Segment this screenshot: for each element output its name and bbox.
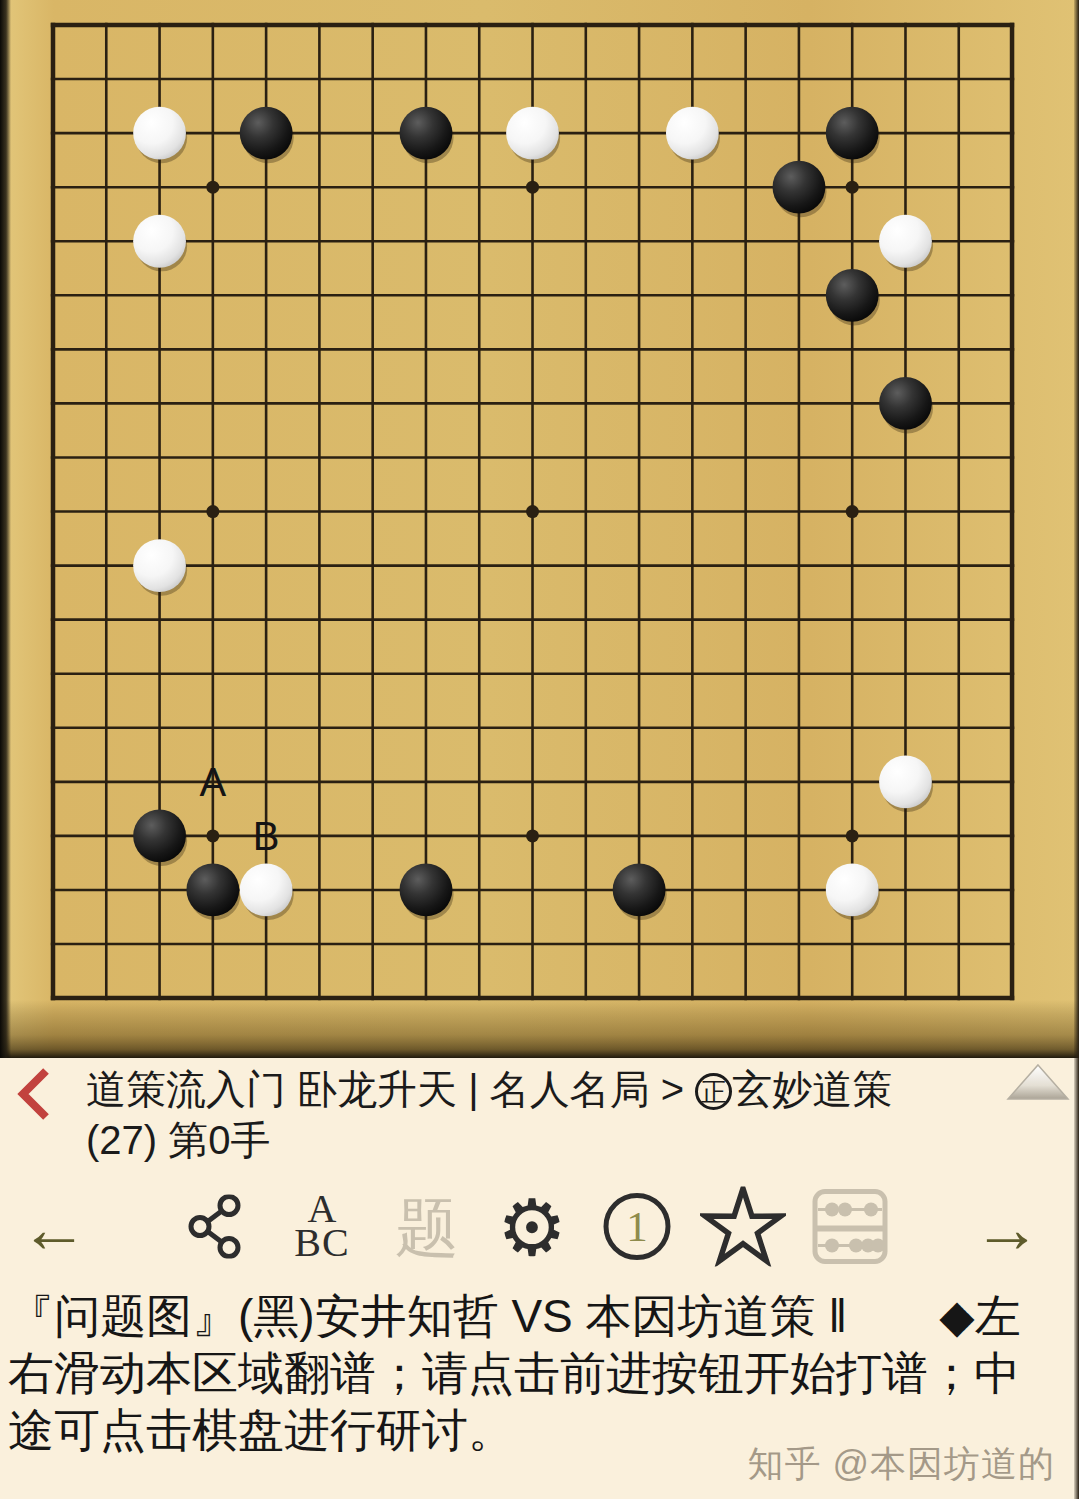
toolbar: ← A BC 题 ⚙ 1 [0,1176,1079,1280]
svg-text:1: 1 [626,1203,648,1250]
right-edge-strip [1074,0,1079,1499]
share-button[interactable] [188,1195,242,1262]
circled-zheng-badge: 正 [695,1073,732,1110]
board-bottom-bezel [0,1000,1079,1058]
settings-button[interactable]: ⚙ [497,1189,567,1267]
title-line-2: (27) 第0手 [86,1115,991,1166]
left-arrow-icon: ← [20,1190,88,1266]
share-icon [188,1195,242,1259]
app-screen: AB 道策流入门 卧龙升天 | 名人名局 > 正玄妙道策 (27) 第0手 ← [0,0,1079,1499]
svg-text:B: B [253,814,280,858]
go-board[interactable]: AB [0,0,1079,1058]
right-arrow-icon: → [973,1190,1041,1266]
up-triangle-icon [1008,1065,1068,1099]
header-bar: 道策流入门 卧龙升天 | 名人名局 > 正玄妙道策 (27) 第0手 [0,1058,1079,1176]
counting-button[interactable] [811,1188,889,1269]
favorite-button[interactable] [700,1187,786,1270]
go-board-svg: AB [0,0,1079,1058]
svg-text:A: A [199,760,226,804]
gear-icon: ⚙ [497,1184,567,1272]
board-left-shadow [0,0,11,1058]
back-chevron-icon [23,1071,46,1117]
caption-swipe-area[interactable]: 『问题图』(黑)安井知哲 VS 本因坊道策 ‖ ◆左 右滑动本区域翻谱；请点击前… [8,1288,1071,1459]
page-title: 道策流入门 卧龙升天 | 名人名局 > 正玄妙道策 (27) 第0手 [86,1064,991,1166]
back-button[interactable] [14,1066,58,1124]
prev-move-button[interactable]: ← [20,1189,88,1267]
move-number-button[interactable]: 1 [600,1190,674,1267]
title-line-1: 道策流入门 卧龙升天 | 名人名局 > 正玄妙道策 [86,1064,991,1115]
problem-char-icon: 题 [395,1192,459,1264]
caption-line-1: 『问题图』(黑)安井知哲 VS 本因坊道策 ‖ ◆左 [8,1288,1071,1345]
abacus-icon [811,1188,889,1266]
star-icon [700,1187,786,1267]
caption-line-2: 右滑动本区域翻谱；请点击前进按钮开始打谱；中 [8,1345,1071,1402]
next-move-button[interactable]: → [973,1189,1041,1267]
zhihu-watermark: 知乎 @本因坊道的 [747,1440,1055,1489]
circled-one-icon: 1 [600,1190,674,1264]
collapse-panel-button[interactable] [1005,1062,1071,1102]
labels-toggle-button[interactable]: A BC [294,1194,349,1262]
problems-button[interactable]: 题 [395,1185,459,1272]
